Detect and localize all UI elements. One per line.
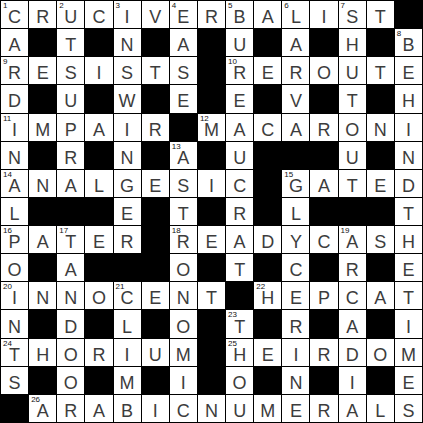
cell-letter: H bbox=[346, 31, 359, 54]
cell-letter: N bbox=[8, 313, 21, 336]
cell-r7c8[interactable]: I bbox=[198, 170, 225, 197]
cell-r3c10[interactable]: E bbox=[254, 57, 281, 84]
cell-r6c13[interactable]: U bbox=[339, 142, 366, 169]
cell-r14c1[interactable]: S bbox=[1, 367, 28, 394]
cell-letter: B bbox=[234, 3, 246, 26]
cell-r5c5[interactable]: I bbox=[114, 114, 141, 141]
cell-r9c8[interactable]: E bbox=[198, 226, 225, 253]
cell-r1c5[interactable]: 3I bbox=[114, 1, 141, 28]
cell-r12c15[interactable]: I bbox=[395, 310, 422, 337]
cell-letter: O bbox=[64, 369, 78, 392]
block-r8c6 bbox=[142, 198, 169, 225]
cell-r15c3[interactable]: R bbox=[57, 395, 84, 422]
cell-r9c13[interactable]: 19A bbox=[339, 226, 366, 253]
cell-letter: I bbox=[96, 59, 101, 82]
cell-r14c3[interactable]: O bbox=[57, 367, 84, 394]
cell-letter: R bbox=[289, 313, 302, 336]
cell-r4c3[interactable]: U bbox=[57, 85, 84, 112]
cell-letter: H bbox=[402, 228, 415, 251]
cell-r4c5[interactable]: W bbox=[114, 85, 141, 112]
cell-r9c7[interactable]: 18R bbox=[170, 226, 197, 253]
cell-r5c12[interactable]: R bbox=[310, 114, 337, 141]
cell-r3c2[interactable]: E bbox=[29, 57, 56, 84]
cell-r7c15[interactable]: D bbox=[395, 170, 422, 197]
clue-number: 26 bbox=[31, 395, 40, 404]
cell-r15c5[interactable]: B bbox=[114, 395, 141, 422]
cell-r3c11[interactable]: R bbox=[282, 57, 309, 84]
clue-number: 7 bbox=[341, 1, 345, 10]
cell-letter: A bbox=[65, 256, 77, 279]
cell-letter: R bbox=[64, 397, 77, 420]
cell-r6c5[interactable]: N bbox=[114, 142, 141, 169]
cell-r9c10[interactable]: D bbox=[254, 226, 281, 253]
cell-r5c15[interactable]: I bbox=[395, 114, 422, 141]
cell-r8c7[interactable]: T bbox=[170, 198, 197, 225]
cell-letter: L bbox=[291, 3, 301, 26]
cell-r10c9[interactable]: T bbox=[226, 254, 253, 281]
cell-letter: I bbox=[209, 172, 214, 195]
block-r2c4 bbox=[85, 29, 112, 56]
block-r6c11 bbox=[282, 142, 309, 169]
cell-r11c1[interactable]: 20I bbox=[1, 282, 28, 309]
cell-letter: S bbox=[121, 59, 133, 82]
cell-r7c14[interactable]: E bbox=[367, 170, 394, 197]
cell-letter: A bbox=[93, 397, 105, 420]
cell-r13c11[interactable]: I bbox=[282, 339, 309, 366]
cell-r5c3[interactable]: P bbox=[57, 114, 84, 141]
cell-letter: T bbox=[178, 200, 189, 223]
cell-letter: A bbox=[346, 313, 358, 336]
block-r4c12 bbox=[310, 85, 337, 112]
cell-r13c1[interactable]: 24T bbox=[1, 339, 28, 366]
cell-r2c7[interactable]: A bbox=[170, 29, 197, 56]
block-r6c14 bbox=[367, 142, 394, 169]
cell-r12c5[interactable]: L bbox=[114, 310, 141, 337]
cell-letter: O bbox=[176, 313, 190, 336]
cell-r10c7[interactable]: O bbox=[170, 254, 197, 281]
cell-r2c5[interactable]: N bbox=[114, 29, 141, 56]
cell-letter: L bbox=[94, 172, 104, 195]
cell-r8c1[interactable]: L bbox=[1, 198, 28, 225]
cell-letter: D bbox=[64, 313, 77, 336]
cell-r9c3[interactable]: 17T bbox=[57, 226, 84, 253]
cell-r15c15[interactable]: S bbox=[395, 395, 422, 422]
cell-r6c15[interactable]: N bbox=[395, 142, 422, 169]
cell-letter: N bbox=[36, 284, 49, 307]
clue-number: 16 bbox=[3, 226, 12, 235]
cell-r5c4[interactable]: A bbox=[85, 114, 112, 141]
cell-r14c15[interactable]: E bbox=[395, 367, 422, 394]
cell-r15c4[interactable]: A bbox=[85, 395, 112, 422]
cell-r10c3[interactable]: A bbox=[57, 254, 84, 281]
cell-letter: I bbox=[350, 369, 355, 392]
cell-r4c15[interactable]: H bbox=[395, 85, 422, 112]
cell-letter: A bbox=[318, 172, 330, 195]
cell-letter: D bbox=[402, 172, 415, 195]
clue-number: 17 bbox=[59, 226, 68, 235]
cell-r9c14[interactable]: S bbox=[367, 226, 394, 253]
cell-r1c13[interactable]: 7S bbox=[339, 1, 366, 28]
clue-number: 8 bbox=[397, 29, 401, 38]
cell-letter: L bbox=[291, 200, 301, 223]
block-r10c5 bbox=[114, 254, 141, 281]
cell-r3c7[interactable]: S bbox=[170, 57, 197, 84]
cell-r5c1[interactable]: 11I bbox=[1, 114, 28, 141]
cell-letter: T bbox=[403, 284, 414, 307]
cell-letter: N bbox=[289, 369, 302, 392]
cell-r11c14[interactable]: A bbox=[367, 282, 394, 309]
cell-r8c5[interactable]: E bbox=[114, 198, 141, 225]
cell-r1c9[interactable]: 5B bbox=[226, 1, 253, 28]
cell-r7c12[interactable]: A bbox=[310, 170, 337, 197]
block-r6c2 bbox=[29, 142, 56, 169]
cell-letter: R bbox=[8, 59, 21, 82]
cell-letter: I bbox=[12, 116, 17, 139]
cell-r9c12[interactable]: C bbox=[310, 226, 337, 253]
cell-r12c3[interactable]: D bbox=[57, 310, 84, 337]
cell-r15c11[interactable]: E bbox=[282, 395, 309, 422]
cell-r14c5[interactable]: M bbox=[114, 367, 141, 394]
cell-r1c14[interactable]: T bbox=[367, 1, 394, 28]
cell-r13c15[interactable]: M bbox=[395, 339, 422, 366]
cell-r6c9[interactable]: U bbox=[226, 142, 253, 169]
cell-r9c5[interactable]: R bbox=[114, 226, 141, 253]
cell-r9c1[interactable]: 16P bbox=[1, 226, 28, 253]
cell-letter: L bbox=[10, 200, 20, 223]
cell-r13c3[interactable]: O bbox=[57, 339, 84, 366]
cell-r11c6[interactable]: E bbox=[142, 282, 169, 309]
cell-r11c3[interactable]: N bbox=[57, 282, 84, 309]
cell-r14c11[interactable]: N bbox=[282, 367, 309, 394]
block-r12c12 bbox=[310, 310, 337, 337]
clue-number: 21 bbox=[116, 282, 125, 291]
cell-r15c13[interactable]: A bbox=[339, 395, 366, 422]
cell-r5c6[interactable]: R bbox=[142, 114, 169, 141]
cell-r13c4[interactable]: R bbox=[85, 339, 112, 366]
cell-letter: R bbox=[318, 116, 331, 139]
cell-r2c1[interactable]: A bbox=[1, 29, 28, 56]
cell-r12c1[interactable]: N bbox=[1, 310, 28, 337]
cell-letter: W bbox=[119, 87, 136, 110]
cell-r3c14[interactable]: T bbox=[367, 57, 394, 84]
block-r6c12 bbox=[310, 142, 337, 169]
cell-letter: I bbox=[12, 284, 17, 307]
cell-r13c2[interactable]: H bbox=[29, 339, 56, 366]
cell-r1c6[interactable]: V bbox=[142, 1, 169, 28]
block-r9c6 bbox=[142, 226, 169, 253]
cell-r12c11[interactable]: R bbox=[282, 310, 309, 337]
cell-letter: T bbox=[234, 256, 245, 279]
cell-letter: A bbox=[346, 397, 358, 420]
cell-r10c13[interactable]: R bbox=[339, 254, 366, 281]
cell-r7c11[interactable]: 15G bbox=[282, 170, 309, 197]
cell-letter: R bbox=[121, 228, 134, 251]
cell-r4c9[interactable]: E bbox=[226, 85, 253, 112]
cell-r3c1[interactable]: 9R bbox=[1, 57, 28, 84]
clue-number: 18 bbox=[172, 226, 181, 235]
clue-number: 11 bbox=[3, 114, 11, 123]
cell-r9c9[interactable]: A bbox=[226, 226, 253, 253]
block-r8c8 bbox=[198, 198, 225, 225]
cell-letter: U bbox=[233, 31, 246, 54]
cell-r11c15[interactable]: T bbox=[395, 282, 422, 309]
block-r4c10 bbox=[254, 85, 281, 112]
cell-letter: U bbox=[346, 144, 359, 167]
block-r8c3 bbox=[57, 198, 84, 225]
block-r14c12 bbox=[310, 367, 337, 394]
cell-r13c10[interactable]: E bbox=[254, 339, 281, 366]
block-r8c12 bbox=[310, 198, 337, 225]
block-r12c2 bbox=[29, 310, 56, 337]
cell-r7c7[interactable]: S bbox=[170, 170, 197, 197]
cell-r4c13[interactable]: T bbox=[339, 85, 366, 112]
cell-letter: S bbox=[177, 172, 189, 195]
block-r12c10 bbox=[254, 310, 281, 337]
cell-r15c14[interactable]: L bbox=[367, 395, 394, 422]
cell-letter: E bbox=[262, 59, 274, 82]
block-r8c13 bbox=[339, 198, 366, 225]
cell-r2c15[interactable]: 8B bbox=[395, 29, 422, 56]
cell-letter: A bbox=[93, 116, 105, 139]
cell-r5c8[interactable]: 12M bbox=[198, 114, 225, 141]
clue-number: 10 bbox=[228, 57, 237, 66]
cell-letter: N bbox=[177, 284, 190, 307]
block-r7c10 bbox=[254, 170, 281, 197]
cell-letter: M bbox=[401, 341, 416, 364]
cell-letter: O bbox=[345, 116, 359, 139]
block-r6c6 bbox=[142, 142, 169, 169]
cell-letter: P bbox=[318, 284, 330, 307]
clue-number: 3 bbox=[116, 1, 120, 10]
clue-number: 2 bbox=[59, 1, 63, 10]
cell-r1c1[interactable]: 1C bbox=[1, 1, 28, 28]
cell-r7c6[interactable]: E bbox=[142, 170, 169, 197]
block-r10c4 bbox=[85, 254, 112, 281]
cell-letter: H bbox=[402, 87, 415, 110]
cell-r7c1[interactable]: 14A bbox=[1, 170, 28, 197]
cell-r3c9[interactable]: 10R bbox=[226, 57, 253, 84]
cell-letter: S bbox=[374, 228, 386, 251]
cell-r3c4[interactable]: I bbox=[85, 57, 112, 84]
block-r14c6 bbox=[142, 367, 169, 394]
block-r10c10 bbox=[254, 254, 281, 281]
cell-r1c12[interactable]: I bbox=[310, 1, 337, 28]
cell-letter: D bbox=[261, 228, 274, 251]
cell-r13c9[interactable]: 25H bbox=[226, 339, 253, 366]
cell-letter: T bbox=[206, 284, 217, 307]
cell-r8c9[interactable]: R bbox=[226, 198, 253, 225]
cell-r6c1[interactable]: N bbox=[1, 142, 28, 169]
cell-letter: N bbox=[121, 31, 134, 54]
cell-letter: T bbox=[65, 31, 76, 54]
cell-letter: N bbox=[64, 284, 77, 307]
cell-r15c8[interactable]: N bbox=[198, 395, 225, 422]
cell-letter: E bbox=[177, 87, 189, 110]
cell-r5c14[interactable]: N bbox=[367, 114, 394, 141]
cell-r4c11[interactable]: V bbox=[282, 85, 309, 112]
cell-letter: A bbox=[9, 31, 21, 54]
cell-r2c3[interactable]: T bbox=[57, 29, 84, 56]
cell-letter: E bbox=[37, 59, 49, 82]
cell-r11c4[interactable]: O bbox=[85, 282, 112, 309]
cell-r5c10[interactable]: C bbox=[254, 114, 281, 141]
block-r4c14 bbox=[367, 85, 394, 112]
cell-letter: E bbox=[93, 228, 105, 251]
cell-r7c9[interactable]: C bbox=[226, 170, 253, 197]
cell-letter: E bbox=[262, 341, 274, 364]
cell-r15c7[interactable]: C bbox=[170, 395, 197, 422]
cell-r1c11[interactable]: 6L bbox=[282, 1, 309, 28]
cell-r7c3[interactable]: A bbox=[57, 170, 84, 197]
cell-letter: O bbox=[64, 341, 78, 364]
cell-r11c11[interactable]: E bbox=[282, 282, 309, 309]
cell-letter: E bbox=[402, 59, 414, 82]
cell-letter: E bbox=[149, 284, 161, 307]
block-r4c2 bbox=[29, 85, 56, 112]
cell-r9c2[interactable]: A bbox=[29, 226, 56, 253]
cell-r5c2[interactable]: M bbox=[29, 114, 56, 141]
cell-r10c15[interactable]: E bbox=[395, 254, 422, 281]
cell-r11c8[interactable]: T bbox=[198, 282, 225, 309]
cell-r3c5[interactable]: S bbox=[114, 57, 141, 84]
cell-r13c7[interactable]: M bbox=[170, 339, 197, 366]
cell-r12c13[interactable]: A bbox=[339, 310, 366, 337]
cell-r13c12[interactable]: R bbox=[310, 339, 337, 366]
cell-r14c13[interactable]: I bbox=[339, 367, 366, 394]
cell-letter: U bbox=[64, 3, 77, 26]
cell-r3c13[interactable]: U bbox=[339, 57, 366, 84]
cell-letter: A bbox=[37, 228, 49, 251]
cell-letter: I bbox=[406, 116, 411, 139]
cell-r15c9[interactable]: U bbox=[226, 395, 253, 422]
cell-letter: S bbox=[402, 397, 414, 420]
cell-letter: C bbox=[346, 284, 359, 307]
clue-number: 22 bbox=[256, 282, 265, 291]
cell-letter: E bbox=[402, 369, 414, 392]
cell-letter: L bbox=[375, 397, 385, 420]
cell-letter: S bbox=[177, 59, 189, 82]
cell-r7c13[interactable]: T bbox=[339, 170, 366, 197]
cell-r15c12[interactable]: R bbox=[310, 395, 337, 422]
cell-r1c2[interactable]: R bbox=[29, 1, 56, 28]
cell-r8c15[interactable]: T bbox=[395, 198, 422, 225]
block-r14c4 bbox=[85, 367, 112, 394]
cell-letter: U bbox=[346, 59, 359, 82]
cell-letter: R bbox=[149, 116, 162, 139]
block-r2c10 bbox=[254, 29, 281, 56]
cell-letter: R bbox=[233, 200, 246, 223]
cell-r14c9[interactable]: O bbox=[226, 367, 253, 394]
cell-r11c13[interactable]: C bbox=[339, 282, 366, 309]
cell-letter: C bbox=[92, 3, 105, 26]
cell-letter: I bbox=[153, 397, 158, 420]
cell-r9c15[interactable]: H bbox=[395, 226, 422, 253]
cell-r12c9[interactable]: 23T bbox=[226, 310, 253, 337]
block-r10c6 bbox=[142, 254, 169, 281]
cell-r1c7[interactable]: 4E bbox=[170, 1, 197, 28]
cell-letter: T bbox=[347, 172, 358, 195]
cell-r7c2[interactable]: N bbox=[29, 170, 56, 197]
cell-r13c13[interactable]: D bbox=[339, 339, 366, 366]
clue-number: 20 bbox=[3, 282, 12, 291]
cell-letter: U bbox=[64, 87, 77, 110]
clue-number: 25 bbox=[228, 339, 237, 348]
cell-r11c7[interactable]: N bbox=[170, 282, 197, 309]
cell-r9c11[interactable]: Y bbox=[282, 226, 309, 253]
cell-r1c10[interactable]: A bbox=[254, 1, 281, 28]
cell-letter: E bbox=[290, 397, 302, 420]
cell-letter: B bbox=[402, 31, 414, 54]
cell-r1c8[interactable]: R bbox=[198, 1, 225, 28]
cell-r5c13[interactable]: O bbox=[339, 114, 366, 141]
cell-r8c11[interactable]: L bbox=[282, 198, 309, 225]
cell-r3c3[interactable]: S bbox=[57, 57, 84, 84]
block-r10c8 bbox=[198, 254, 225, 281]
cell-r6c7[interactable]: 13A bbox=[170, 142, 197, 169]
cell-r1c4[interactable]: C bbox=[85, 1, 112, 28]
cell-r2c13[interactable]: H bbox=[339, 29, 366, 56]
cell-r7c4[interactable]: L bbox=[85, 170, 112, 197]
cell-r15c6[interactable]: I bbox=[142, 395, 169, 422]
cell-r13c5[interactable]: I bbox=[114, 339, 141, 366]
cell-r9c4[interactable]: E bbox=[85, 226, 112, 253]
cell-r5c9[interactable]: A bbox=[226, 114, 253, 141]
cell-r2c9[interactable]: U bbox=[226, 29, 253, 56]
block-r2c6 bbox=[142, 29, 169, 56]
cell-r6c3[interactable]: R bbox=[57, 142, 84, 169]
cell-letter: A bbox=[234, 228, 246, 251]
cell-letter: A bbox=[374, 284, 386, 307]
cell-r3c6[interactable]: T bbox=[142, 57, 169, 84]
cell-letter: A bbox=[177, 31, 189, 54]
cell-r12c7[interactable]: O bbox=[170, 310, 197, 337]
clue-number: 14 bbox=[3, 170, 12, 179]
cell-r10c1[interactable]: O bbox=[1, 254, 28, 281]
cell-r4c1[interactable]: D bbox=[1, 85, 28, 112]
cell-r14c7[interactable]: I bbox=[170, 367, 197, 394]
cell-letter: T bbox=[375, 3, 386, 26]
cell-r1c3[interactable]: 2U bbox=[57, 1, 84, 28]
cell-letter: D bbox=[8, 87, 21, 110]
cell-r11c2[interactable]: N bbox=[29, 282, 56, 309]
block-r8c4 bbox=[85, 198, 112, 225]
cell-r13c14[interactable]: O bbox=[367, 339, 394, 366]
block-r4c4 bbox=[85, 85, 112, 112]
cell-letter: O bbox=[317, 59, 331, 82]
cell-r3c15[interactable]: E bbox=[395, 57, 422, 84]
cell-r2c11[interactable]: A bbox=[282, 29, 309, 56]
cell-r11c5[interactable]: 21C bbox=[114, 282, 141, 309]
cell-letter: A bbox=[290, 31, 302, 54]
cell-letter: U bbox=[233, 397, 246, 420]
cell-r7c5[interactable]: G bbox=[114, 170, 141, 197]
cell-r11c10[interactable]: 22H bbox=[254, 282, 281, 309]
cell-r3c12[interactable]: O bbox=[310, 57, 337, 84]
block-r12c6 bbox=[142, 310, 169, 337]
cell-letter: E bbox=[177, 3, 189, 26]
block-r5c7 bbox=[170, 114, 197, 141]
cell-r13c6[interactable]: U bbox=[142, 339, 169, 366]
cell-r11c12[interactable]: P bbox=[310, 282, 337, 309]
cell-letter: C bbox=[318, 228, 331, 251]
cell-r5c11[interactable]: A bbox=[282, 114, 309, 141]
clue-number: 6 bbox=[284, 1, 288, 10]
cell-letter: E bbox=[149, 172, 161, 195]
cell-r4c7[interactable]: E bbox=[170, 85, 197, 112]
cell-r15c10[interactable]: M bbox=[254, 395, 281, 422]
cell-r10c11[interactable]: C bbox=[282, 254, 309, 281]
cell-r15c2[interactable]: 26A bbox=[29, 395, 56, 422]
